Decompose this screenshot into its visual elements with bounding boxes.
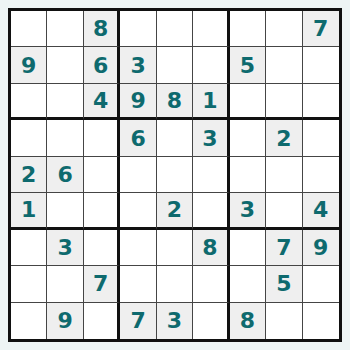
cell-r3c4[interactable]: 9 [120, 84, 156, 120]
cell-r6c5[interactable]: 2 [157, 193, 193, 229]
cell-r9c4[interactable]: 7 [120, 303, 156, 339]
cell-r9c7[interactable]: 8 [230, 303, 266, 339]
cell-r7c3[interactable] [84, 230, 120, 266]
cell-r3c7[interactable] [230, 84, 266, 120]
cell-r1c7[interactable] [230, 11, 266, 47]
cell-r5c1[interactable]: 2 [11, 157, 47, 193]
cell-r7c7[interactable] [230, 230, 266, 266]
cell-r6c8[interactable] [266, 193, 302, 229]
cell-r4c2[interactable] [47, 120, 83, 156]
cell-r8c8[interactable]: 5 [266, 266, 302, 302]
cell-r2c2[interactable] [47, 47, 83, 83]
cell-r3c3[interactable]: 4 [84, 84, 120, 120]
cell-r9c1[interactable] [11, 303, 47, 339]
cell-r3c5[interactable]: 8 [157, 84, 193, 120]
cell-r3c1[interactable] [11, 84, 47, 120]
cell-r6c7[interactable]: 3 [230, 193, 266, 229]
cell-r7c2[interactable]: 3 [47, 230, 83, 266]
cell-r3c2[interactable] [47, 84, 83, 120]
cell-r6c4[interactable] [120, 193, 156, 229]
cell-r1c2[interactable] [47, 11, 83, 47]
cell-r2c3[interactable]: 6 [84, 47, 120, 83]
cell-r5c6[interactable] [193, 157, 229, 193]
cell-r8c2[interactable] [47, 266, 83, 302]
cell-r2c1[interactable]: 9 [11, 47, 47, 83]
cell-r8c5[interactable] [157, 266, 193, 302]
cell-r6c1[interactable]: 1 [11, 193, 47, 229]
cell-r1c5[interactable] [157, 11, 193, 47]
cell-r6c9[interactable]: 4 [303, 193, 339, 229]
cell-r1c1[interactable] [11, 11, 47, 47]
cell-r9c5[interactable]: 3 [157, 303, 193, 339]
cell-r9c3[interactable] [84, 303, 120, 339]
cell-r6c2[interactable] [47, 193, 83, 229]
cell-r4c5[interactable] [157, 120, 193, 156]
cell-r8c7[interactable] [230, 266, 266, 302]
cell-r6c3[interactable] [84, 193, 120, 229]
cell-r4c6[interactable]: 3 [193, 120, 229, 156]
cell-r4c7[interactable] [230, 120, 266, 156]
sudoku-page: 87963549816322612343879759738 [0, 0, 350, 350]
cell-r5c3[interactable] [84, 157, 120, 193]
cell-r7c6[interactable]: 8 [193, 230, 229, 266]
cell-r7c8[interactable]: 7 [266, 230, 302, 266]
cell-r1c4[interactable] [120, 11, 156, 47]
cell-r2c8[interactable] [266, 47, 302, 83]
cell-r5c9[interactable] [303, 157, 339, 193]
cell-r7c4[interactable] [120, 230, 156, 266]
cell-r1c8[interactable] [266, 11, 302, 47]
cell-r8c1[interactable] [11, 266, 47, 302]
cell-r5c8[interactable] [266, 157, 302, 193]
cell-r8c6[interactable] [193, 266, 229, 302]
cell-r2c4[interactable]: 3 [120, 47, 156, 83]
cell-r5c2[interactable]: 6 [47, 157, 83, 193]
cell-r2c6[interactable] [193, 47, 229, 83]
cell-r1c9[interactable]: 7 [303, 11, 339, 47]
cell-r4c1[interactable] [11, 120, 47, 156]
cell-r1c3[interactable]: 8 [84, 11, 120, 47]
cell-r5c7[interactable] [230, 157, 266, 193]
cell-r4c3[interactable] [84, 120, 120, 156]
cell-r2c9[interactable] [303, 47, 339, 83]
cell-r6c6[interactable] [193, 193, 229, 229]
cell-r3c8[interactable] [266, 84, 302, 120]
cell-r8c4[interactable] [120, 266, 156, 302]
cell-r7c9[interactable]: 9 [303, 230, 339, 266]
cell-r2c5[interactable] [157, 47, 193, 83]
cell-r9c9[interactable] [303, 303, 339, 339]
cell-r8c3[interactable]: 7 [84, 266, 120, 302]
cell-r8c9[interactable] [303, 266, 339, 302]
cell-r9c8[interactable] [266, 303, 302, 339]
cell-r4c4[interactable]: 6 [120, 120, 156, 156]
cell-r4c8[interactable]: 2 [266, 120, 302, 156]
cell-r7c5[interactable] [157, 230, 193, 266]
cell-r1c6[interactable] [193, 11, 229, 47]
sudoku-board: 87963549816322612343879759738 [8, 8, 342, 342]
cell-r5c5[interactable] [157, 157, 193, 193]
cell-r9c2[interactable]: 9 [47, 303, 83, 339]
cell-r7c1[interactable] [11, 230, 47, 266]
cell-r3c9[interactable] [303, 84, 339, 120]
cell-r9c6[interactable] [193, 303, 229, 339]
cell-r4c9[interactable] [303, 120, 339, 156]
cell-r5c4[interactable] [120, 157, 156, 193]
cell-r3c6[interactable]: 1 [193, 84, 229, 120]
cell-r2c7[interactable]: 5 [230, 47, 266, 83]
